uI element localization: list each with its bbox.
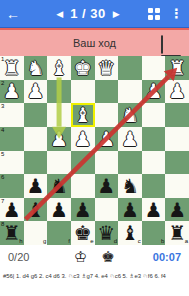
square-a6[interactable] [165,174,189,198]
next-puzzle-icon[interactable]: ▶ [113,0,120,28]
square-g5[interactable] [24,151,48,175]
white-king-icon: ♔ [74,250,87,265]
square-h4[interactable]: 4 [0,127,24,151]
white-pawn-h2: ♟ [3,81,21,101]
board-area: 1♜♞♝♚♛♜2♟♟♟♟3♝♞4♟♟♟♟56♟♞♟♞7♟♝♟♟♟♟♟8h♜gfe… [0,56,189,245]
square-h3[interactable]: 3 [0,103,24,127]
square-g7[interactable]: ♝ [24,198,48,222]
square-e1[interactable]: ♚ [71,56,95,80]
black-pawn-a7: ♟ [168,200,186,220]
square-a2[interactable]: ♟ [165,80,189,104]
white-pawn-a2: ♟ [168,81,186,101]
square-f5[interactable] [47,151,71,175]
puzzle-counter: 1 / 30 [70,6,106,21]
square-g3[interactable] [24,103,48,127]
black-pawn-h7: ♟ [3,200,21,220]
white-pawn-g2: ♟ [26,81,44,101]
black-knight-f6: ♞ [50,176,68,196]
square-b8[interactable]: b [142,221,166,245]
square-d2[interactable] [95,80,119,104]
square-c3[interactable]: ♞ [118,103,142,127]
file-label-e: e [90,238,93,245]
white-rook-a1: ♜ [168,58,186,78]
white-pawn-b2: ♟ [145,81,163,101]
square-c8[interactable]: c♝ [118,221,142,245]
square-e5[interactable] [71,151,95,175]
square-d5[interactable] [95,151,119,175]
white-bishop-f1: ♝ [50,58,68,78]
square-b5[interactable] [142,151,166,175]
score-label: 0/20 [8,251,54,263]
file-label-g: g [43,238,46,245]
white-pawn-c4: ♟ [121,129,139,149]
square-b1[interactable] [142,56,166,80]
white-pawn-f4: ♟ [50,129,68,149]
puzzle-pager: ◀ 1 / 30 ▶ [28,0,148,28]
prev-puzzle-icon[interactable]: ◀ [56,0,63,28]
square-d1[interactable]: ♛ [95,56,119,80]
black-king-e8: ♚ [74,223,92,243]
file-label-a: a [185,238,188,245]
square-c4[interactable]: ♟ [118,127,142,151]
turn-banner: Ваш ход [0,28,189,56]
square-a4[interactable] [165,127,189,151]
rank-label-7: 7 [1,198,4,205]
square-f2[interactable] [47,80,71,104]
white-knight-c3: ♞ [121,105,139,125]
white-rook-h1: ♜ [3,58,21,78]
black-pawn-f7: ♟ [50,200,68,220]
black-knight-c6: ♞ [121,176,139,196]
square-c6[interactable]: ♞ [118,174,142,198]
black-pawn-b7: ♟ [145,200,163,220]
black-rook-a8: ♜ [168,223,186,243]
square-f3[interactable] [47,103,71,127]
rank-label-4: 4 [1,127,4,134]
white-knight-g1: ♞ [26,58,44,78]
square-c7[interactable]: ♟ [118,198,142,222]
square-b3[interactable] [142,103,166,127]
square-g4[interactable] [24,127,48,151]
square-f8[interactable]: f [47,221,71,245]
black-king-icon: ♚ [102,250,115,265]
square-h8[interactable]: 8h♜ [0,221,24,245]
rank-label-5: 5 [1,151,4,158]
square-b6[interactable] [142,174,166,198]
square-e7[interactable]: ♟ [71,198,95,222]
black-bishop-c8: ♝ [121,223,139,243]
square-f1[interactable]: ♝ [47,56,71,80]
bottom-status-bar: 0/20 ♔ ♚ 00:07 [0,245,189,269]
square-e3[interactable]: ♝ [71,103,95,127]
black-rook-h8: ♜ [3,223,21,243]
square-b7[interactable]: ♟ [142,198,166,222]
square-d7[interactable] [95,198,119,222]
black-queen-d8: ♛ [97,223,115,243]
file-label-d: d [114,238,117,245]
black-pawn-e7: ♟ [74,200,92,220]
file-label-f: f [68,238,70,245]
square-b4[interactable] [142,127,166,151]
move-list[interactable]: #56| 1. d4 g6 2. c4 d6 3. ♘c3 ♗g7 4. e4 … [0,269,189,279]
square-a8[interactable]: a♜ [165,221,189,245]
square-g6[interactable]: ♟ [24,174,48,198]
square-c2[interactable] [118,80,142,104]
square-d6[interactable]: ♟ [95,174,119,198]
square-h7[interactable]: 7♟ [0,198,24,222]
square-e4[interactable]: ♟ [71,127,95,151]
square-d4[interactable]: ♟ [95,127,119,151]
rank-label-1: 1 [1,56,4,63]
turn-banner-label: Ваш ход [73,37,116,49]
rank-label-8: 8 [1,221,4,228]
puzzle-list-grid-icon[interactable] [148,8,160,20]
white-pawn-d4: ♟ [97,129,115,149]
black-pawn-g6: ♟ [26,176,44,196]
square-a3[interactable] [165,103,189,127]
black-pawn-d6: ♟ [97,176,115,196]
white-queen-d1: ♛ [97,58,115,78]
square-f7[interactable]: ♟ [47,198,71,222]
square-h5[interactable]: 5 [0,151,24,175]
white-pawn-e4: ♟ [74,129,92,149]
square-e6[interactable] [71,174,95,198]
square-b2[interactable]: ♟ [142,80,166,104]
square-a5[interactable] [165,151,189,175]
computer-opponent-icon [161,36,181,51]
back-icon[interactable]: ← [6,0,28,28]
rank-label-2: 2 [1,80,4,87]
black-bishop-g7: ♝ [26,200,44,220]
side-indicators: ♔ ♚ [54,250,135,265]
white-king-e1: ♚ [74,58,92,78]
timer-label: 00:07 [135,251,181,263]
rank-label-6: 6 [1,174,4,181]
square-g8[interactable]: g [24,221,48,245]
square-f4[interactable]: ♟ [47,127,71,151]
file-label-h: h [19,238,22,245]
file-label-c: c [138,238,141,245]
square-c5[interactable] [118,151,142,175]
square-h2[interactable]: 2♟ [0,80,24,104]
overflow-menu-icon[interactable]: ⋮ [170,0,183,28]
black-pawn-c7: ♟ [121,200,139,220]
white-bishop-e3: ♝ [74,105,92,125]
square-g2[interactable]: ♟ [24,80,48,104]
square-h6[interactable]: 6 [0,174,24,198]
square-h1[interactable]: 1♜ [0,56,24,80]
square-d8[interactable]: d♛ [95,221,119,245]
app-window: ← ◀ 1 / 30 ▶ ⋮ Ваш ход 1♜♞♝♚♛♜2♟♟♟♟3♝♞4♟… [0,0,189,296]
rank-label-3: 3 [1,103,4,110]
square-e8[interactable]: e♚ [71,221,95,245]
file-label-b: b [161,238,164,245]
square-g1[interactable]: ♞ [24,56,48,80]
chess-board: 1♜♞♝♚♛♜2♟♟♟♟3♝♞4♟♟♟♟56♟♞♟♞7♟♝♟♟♟♟♟8h♜gfe… [0,56,189,245]
square-f6[interactable]: ♞ [47,174,71,198]
square-a1[interactable]: ♜ [165,56,189,80]
square-c1[interactable] [118,56,142,80]
square-e2[interactable] [71,80,95,104]
square-a7[interactable]: ♟ [165,198,189,222]
top-toolbar: ← ◀ 1 / 30 ▶ ⋮ [0,0,189,28]
square-d3[interactable] [95,103,119,127]
